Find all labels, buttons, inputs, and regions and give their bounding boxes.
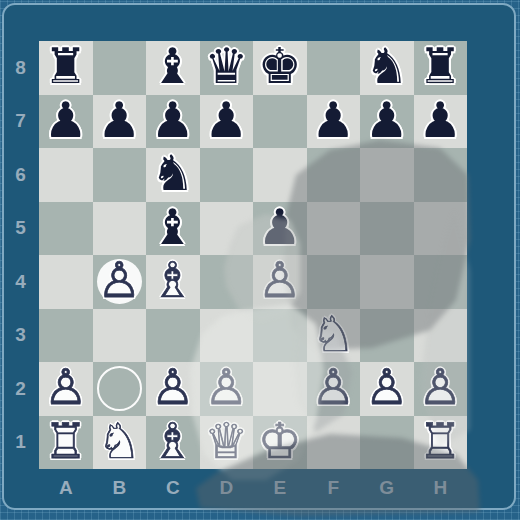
white-rook-a1[interactable]: ♜♖ [39,416,93,470]
black-piece-glyph: ♟ [365,96,409,145]
white-bishop-c4[interactable]: ♝♗ [146,255,200,309]
black-piece-glyph: ♚ [258,42,302,91]
rank-label-6: 6 [2,148,39,202]
white-piece-outline-glyph: ♗ [151,417,195,466]
white-knight-b1[interactable]: ♞♘ [93,416,147,470]
black-pawn-b7[interactable]: ♟ [93,95,147,149]
white-piece-outline-glyph: ♔ [258,417,302,466]
white-pawn-f2[interactable]: ♟♙ [307,362,361,416]
black-knight-g8[interactable]: ♞ [360,41,414,95]
white-piece-outline-glyph: ♙ [418,363,462,412]
file-label-b: B [93,469,147,506]
black-bishop-c8[interactable]: ♝ [146,41,200,95]
black-pawn-c7[interactable]: ♟ [146,95,200,149]
rank-label-8: 8 [2,41,39,95]
white-pawn-d2[interactable]: ♟♙ [200,362,254,416]
black-pawn-d7[interactable]: ♟ [200,95,254,149]
rank-label-3: 3 [2,309,39,363]
black-piece-glyph: ♜ [418,42,462,91]
black-rook-a8[interactable]: ♜ [39,41,93,95]
white-pawn-g2[interactable]: ♟♙ [360,362,414,416]
white-piece-outline-glyph: ♘ [311,310,355,359]
black-piece-glyph: ♞ [151,149,195,198]
black-knight-c6[interactable]: ♞ [146,148,200,202]
white-piece-outline-glyph: ♙ [311,363,355,412]
file-label-g: G [360,469,414,506]
rank-label-2: 2 [2,362,39,416]
black-rook-h8[interactable]: ♜ [414,41,468,95]
rank-label-1: 1 [2,416,39,470]
white-pawn-c2[interactable]: ♟♙ [146,362,200,416]
black-pawn-h7[interactable]: ♟ [414,95,468,149]
white-piece-outline-glyph: ♙ [204,363,248,412]
white-piece-outline-glyph: ♙ [258,256,302,305]
white-piece-outline-glyph: ♙ [365,363,409,412]
black-piece-glyph: ♟ [151,96,195,145]
white-pawn-b4[interactable]: ♟♙ [93,255,147,309]
white-bishop-c1[interactable]: ♝♗ [146,416,200,470]
black-pawn-g7[interactable]: ♟ [360,95,414,149]
white-piece-outline-glyph: ♕ [204,417,248,466]
piece-layer: ♜♝♛♚♞♜♟♟♟♟♟♟♟♞♝♟♟♙♝♗♟♙♞♘♟♙♟♙♟♙♟♙♟♙♟♙♜♖♞♘… [39,41,467,469]
file-label-c: C [146,469,200,506]
file-label-d: D [200,469,254,506]
white-pawn-a2[interactable]: ♟♙ [39,362,93,416]
rank-label-5: 5 [2,202,39,256]
white-piece-outline-glyph: ♙ [97,256,141,305]
white-queen-d1[interactable]: ♛♕ [200,416,254,470]
black-piece-glyph: ♝ [151,203,195,252]
file-labels: ABCDEFGH [39,469,467,506]
black-pawn-f7[interactable]: ♟ [307,95,361,149]
chess-board-widget: 87654321 ABCDEFGH ♜♝♛♚♞♜♟♟♟♟♟♟♟♞♝♟♟♙♝♗♟♙… [0,0,520,520]
black-piece-glyph: ♟ [204,96,248,145]
black-piece-glyph: ♟ [44,96,88,145]
white-piece-outline-glyph: ♙ [151,363,195,412]
black-piece-glyph: ♝ [151,42,195,91]
black-king-e8[interactable]: ♚ [253,41,307,95]
file-label-e: E [253,469,307,506]
black-pawn-a7[interactable]: ♟ [39,95,93,149]
black-queen-d8[interactable]: ♛ [200,41,254,95]
black-pawn-e5[interactable]: ♟ [253,202,307,256]
rank-label-7: 7 [2,95,39,149]
rank-labels: 87654321 [2,41,39,469]
white-rook-h1[interactable]: ♜♖ [414,416,468,470]
white-pawn-h2[interactable]: ♟♙ [414,362,468,416]
black-piece-glyph: ♟ [97,96,141,145]
file-label-f: F [307,469,361,506]
black-piece-glyph: ♟ [258,203,302,252]
white-piece-outline-glyph: ♙ [44,363,88,412]
rank-label-4: 4 [2,255,39,309]
white-king-e1[interactable]: ♚♔ [253,416,307,470]
white-piece-outline-glyph: ♗ [151,256,195,305]
black-piece-glyph: ♟ [311,96,355,145]
file-label-a: A [39,469,93,506]
white-pawn-e4[interactable]: ♟♙ [253,255,307,309]
white-piece-outline-glyph: ♘ [97,417,141,466]
black-bishop-c5[interactable]: ♝ [146,202,200,256]
white-piece-outline-glyph: ♖ [44,417,88,466]
black-piece-glyph: ♜ [44,42,88,91]
black-piece-glyph: ♛ [204,42,248,91]
white-knight-f3[interactable]: ♞♘ [307,309,361,363]
white-piece-outline-glyph: ♖ [418,417,462,466]
black-piece-glyph: ♟ [418,96,462,145]
black-piece-glyph: ♞ [365,42,409,91]
file-label-h: H [414,469,468,506]
